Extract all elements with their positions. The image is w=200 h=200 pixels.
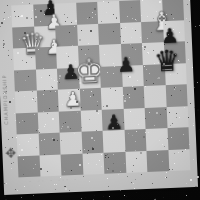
square-c3 [59, 110, 81, 132]
noise-speck [94, 195, 95, 196]
noise-speck [21, 197, 22, 198]
square-d8 [76, 2, 98, 24]
noise-speck [194, 81, 195, 82]
noise-speck [5, 199, 7, 200]
noise-speck [33, 195, 34, 196]
square-f6 [120, 43, 142, 65]
square-b6: ♟ [35, 47, 57, 69]
noise-speck [194, 29, 195, 30]
square-e1 [103, 151, 125, 173]
noise-speck [85, 197, 86, 198]
square-g5 [143, 64, 165, 86]
noise-speck [109, 198, 110, 199]
square-g8 [140, 0, 162, 22]
square-d5: ♚ [78, 66, 100, 88]
square-a5 [14, 69, 36, 91]
square-c7 [55, 24, 77, 46]
noise-speck [155, 199, 156, 200]
noise-speck [197, 82, 198, 83]
square-f8 [119, 0, 141, 22]
square-f3 [123, 108, 145, 130]
square-d3 [80, 109, 102, 131]
square-e3: ♟ [102, 108, 124, 130]
square-e2 [103, 130, 125, 152]
square-d6 [78, 45, 100, 67]
square-c6 [56, 46, 78, 68]
square-a8 [11, 5, 33, 27]
square-f4 [122, 86, 144, 108]
square-d1 [82, 152, 104, 174]
noise-speck [109, 196, 110, 197]
noise-speck [136, 192, 137, 193]
square-a7 [12, 26, 34, 48]
square-c2 [60, 132, 82, 154]
noise-speck [124, 195, 125, 196]
chessboard-photo: CHAMPIONSHIP ✥ . .. . ... . ♟♟♝♛♟♟♟♚♟♛♟♟ [0, 0, 200, 200]
square-f7 [120, 22, 142, 44]
square-f1 [125, 150, 147, 172]
square-c1 [61, 153, 83, 175]
square-f5: ♟ [121, 65, 143, 87]
square-h3 [166, 106, 188, 128]
square-f2 [124, 129, 146, 151]
square-g2 [146, 128, 168, 150]
square-b3 [37, 111, 59, 133]
square-c4: ♟ [58, 89, 80, 111]
noise-speck [4, 195, 6, 197]
square-h6: ♟ [163, 41, 185, 63]
square-b7: ♟ [34, 25, 56, 47]
noise-speck [199, 129, 200, 130]
square-h5: ♛ [164, 63, 186, 85]
square-a3 [16, 112, 38, 134]
ornament-emblem-icon: ✥ [5, 145, 17, 160]
board-brand-label: CHAMPIONSHIP [0, 25, 9, 125]
square-d4 [79, 88, 101, 110]
square-e8 [97, 1, 119, 23]
square-c8 [54, 3, 76, 25]
square-a1 [18, 155, 40, 177]
square-e7 [98, 22, 120, 44]
noise-speck [194, 87, 195, 88]
square-g1 [146, 150, 168, 172]
noise-speck [199, 25, 200, 26]
square-a4 [15, 91, 37, 113]
square-b2 [38, 133, 60, 155]
square-h2 [167, 127, 189, 149]
square-h7 [163, 20, 185, 42]
square-e5 [100, 65, 122, 87]
noise-speck [197, 109, 199, 111]
noise-speck [195, 26, 196, 27]
noise-speck [154, 199, 156, 200]
square-e6 [99, 44, 121, 66]
noise-speck [155, 198, 156, 199]
noise-speck [186, 195, 187, 196]
square-g6 [142, 42, 164, 64]
square-g3 [145, 107, 167, 129]
square-g7: ♝ [141, 21, 163, 43]
noise-speck [103, 196, 104, 197]
square-c5: ♟ [57, 67, 79, 89]
board-frame: CHAMPIONSHIP ✥ . .. . ... . ♟♟♝♛♟♟♟♚♟♛♟♟ [0, 0, 198, 195]
square-g4 [144, 85, 166, 107]
noise-speck [126, 196, 127, 197]
square-d7 [77, 23, 99, 45]
noise-speck [81, 198, 82, 199]
square-b1 [39, 154, 61, 176]
noise-speck [93, 199, 94, 200]
square-d2 [81, 131, 103, 153]
noise-speck [163, 197, 164, 198]
square-b8: ♟ [33, 4, 55, 26]
square-b5 [35, 68, 57, 90]
square-b4 [36, 90, 58, 112]
square-h1 [168, 149, 190, 171]
square-a6: ♛ [13, 48, 35, 70]
square-h8 [162, 0, 184, 21]
square-a2 [17, 134, 39, 156]
square-e4 [101, 87, 123, 109]
chess-board: ♟♟♝♛♟♟♟♚♟♛♟♟ [11, 0, 190, 177]
square-h4 [165, 84, 187, 106]
